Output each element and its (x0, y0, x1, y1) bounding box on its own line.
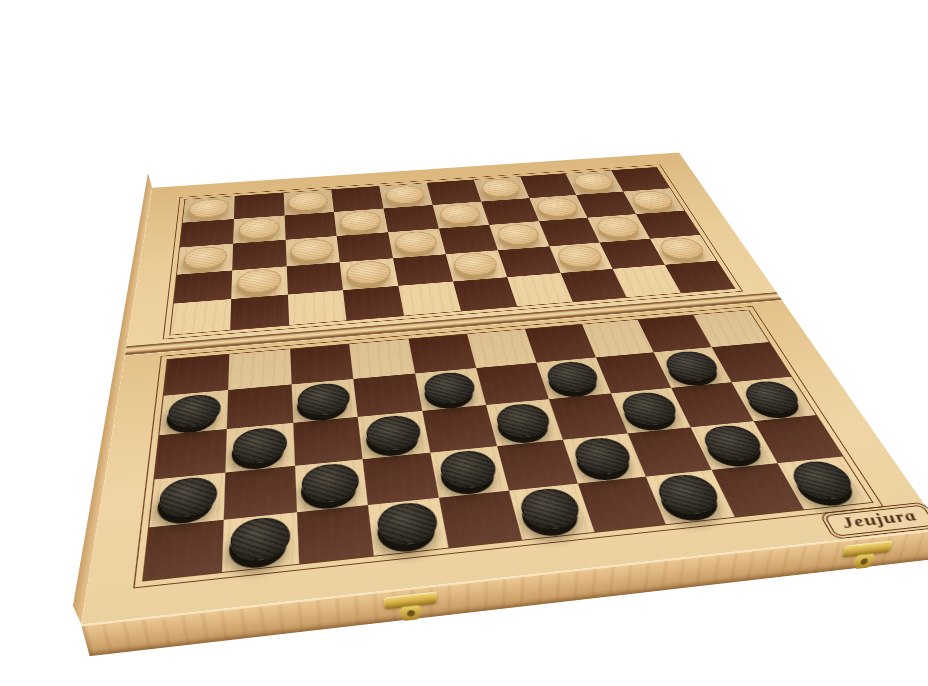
square-r9c3[interactable] (295, 459, 369, 512)
square-r7c2[interactable] (227, 385, 293, 430)
board-leaf-near: Jeujura (81, 300, 928, 624)
brass-clasp-right (842, 540, 893, 557)
square-r4c4[interactable] (340, 258, 398, 290)
piece-dark-man[interactable] (422, 371, 478, 405)
square-r9c8[interactable] (627, 427, 712, 477)
square-r7c3[interactable] (291, 379, 358, 423)
square-r5c4[interactable] (343, 286, 404, 321)
piece-dark-man[interactable] (786, 459, 861, 501)
piece-light-man[interactable] (237, 268, 282, 294)
piece-light-man[interactable] (534, 196, 581, 217)
square-r7c10[interactable] (712, 342, 791, 382)
piece-dark-man[interactable] (618, 391, 682, 427)
square-r6c6[interactable] (467, 329, 536, 368)
square-r6c7[interactable] (525, 324, 596, 362)
piece-light-man[interactable] (593, 216, 643, 238)
piece-light-man[interactable] (339, 210, 382, 232)
piece-dark-man[interactable] (493, 402, 554, 439)
square-r8c4[interactable] (358, 411, 430, 459)
square-r10c3[interactable] (296, 505, 374, 564)
brass-clasp-left (383, 592, 436, 610)
square-r4c6[interactable] (446, 250, 507, 281)
square-r8c7[interactable] (549, 394, 627, 440)
piece-light-man[interactable] (394, 230, 440, 253)
piece-dark-man[interactable] (516, 487, 584, 532)
square-r6c3[interactable] (290, 344, 354, 384)
square-r10c7[interactable] (578, 477, 666, 532)
square-r8c1[interactable] (155, 429, 227, 479)
square-r7c8[interactable] (596, 352, 672, 393)
square-r6c2[interactable] (228, 349, 291, 390)
square-r10c9[interactable] (712, 463, 804, 517)
square-r4c5[interactable] (393, 254, 453, 286)
piece-light-man[interactable] (451, 252, 500, 277)
square-r6c1[interactable] (164, 354, 229, 395)
piece-dark-man[interactable] (739, 379, 806, 414)
square-r7c6[interactable] (476, 363, 549, 405)
square-r5c2[interactable] (230, 294, 289, 329)
piece-light-man[interactable] (384, 184, 426, 204)
square-r6c5[interactable] (409, 334, 476, 373)
piece-dark-man[interactable] (302, 462, 361, 504)
square-r8c2[interactable] (225, 423, 294, 472)
square-r9c1[interactable] (149, 472, 225, 527)
square-r10c8[interactable] (645, 470, 735, 525)
square-r7c1[interactable] (159, 390, 228, 435)
square-r9c2[interactable] (224, 466, 297, 520)
piece-light-man[interactable] (629, 190, 678, 211)
square-r4c3[interactable] (286, 262, 343, 294)
piece-dark-man[interactable] (570, 436, 636, 476)
piece-dark-man[interactable] (365, 414, 423, 452)
square-r8c10[interactable] (732, 377, 816, 421)
square-r10c10[interactable] (778, 456, 872, 509)
square-r9c4[interactable] (363, 452, 439, 505)
piece-light-man[interactable] (288, 191, 329, 212)
square-r10c5[interactable] (439, 490, 522, 547)
square-r5c1[interactable] (170, 299, 231, 335)
square-r7c9[interactable] (654, 347, 732, 388)
square-r5c5[interactable] (399, 281, 461, 315)
square-r8c9[interactable] (672, 382, 754, 427)
piece-dark-man[interactable] (158, 475, 218, 519)
square-r7c4[interactable] (354, 374, 423, 418)
piece-dark-man[interactable] (661, 350, 723, 382)
square-r5c3[interactable] (288, 290, 347, 325)
piece-dark-man[interactable] (698, 424, 767, 463)
piece-light-man[interactable] (495, 223, 543, 246)
square-r3c6[interactable] (439, 225, 498, 254)
square-r4c2[interactable] (231, 266, 287, 299)
piece-dark-man[interactable] (438, 449, 501, 490)
piece-dark-man[interactable] (232, 426, 287, 465)
checkers-board: Jeujura (81, 152, 928, 624)
square-r8c3[interactable] (293, 417, 363, 465)
brand-logo-text: Jeujura (838, 507, 922, 532)
square-r8c8[interactable] (611, 388, 691, 433)
square-r9c6[interactable] (497, 439, 578, 490)
square-r9c5[interactable] (430, 446, 508, 498)
piece-light-man[interactable] (555, 244, 606, 268)
bottom-leaf-grid (144, 310, 872, 580)
square-r5c6[interactable] (453, 277, 517, 311)
square-r8c6[interactable] (486, 399, 562, 445)
square-r9c7[interactable] (563, 433, 646, 483)
piece-light-man[interactable] (438, 203, 483, 225)
square-r9c10[interactable] (754, 415, 843, 463)
square-r7c5[interactable] (415, 368, 486, 411)
square-r6c10[interactable] (694, 310, 769, 347)
square-r9c9[interactable] (691, 421, 778, 470)
piece-light-man[interactable] (346, 260, 393, 285)
piece-light-man[interactable] (571, 172, 617, 192)
piece-dark-man[interactable] (298, 381, 351, 416)
square-r6c8[interactable] (582, 320, 654, 358)
square-r10c1[interactable] (144, 520, 224, 581)
piece-dark-man[interactable] (230, 515, 291, 563)
piece-light-man[interactable] (238, 217, 280, 239)
piece-dark-man[interactable] (543, 360, 602, 393)
square-r8c5[interactable] (423, 405, 497, 452)
square-r7c7[interactable] (536, 358, 610, 400)
square-r6c4[interactable] (350, 339, 416, 379)
square-r10c6[interactable] (509, 483, 594, 539)
piece-light-man[interactable] (188, 198, 229, 219)
square-r10c4[interactable] (368, 498, 448, 556)
product-photo-scene: Jeujura (0, 0, 928, 686)
square-r10c2[interactable] (222, 512, 299, 572)
piece-light-man[interactable] (479, 178, 523, 198)
engraved-border-near (142, 310, 874, 582)
piece-dark-man[interactable] (167, 393, 222, 429)
piece-light-man[interactable] (291, 238, 335, 262)
piece-light-man[interactable] (656, 236, 709, 260)
piece-dark-man[interactable] (653, 473, 725, 516)
piece-dark-man[interactable] (376, 501, 440, 547)
piece-light-man[interactable] (183, 246, 228, 270)
